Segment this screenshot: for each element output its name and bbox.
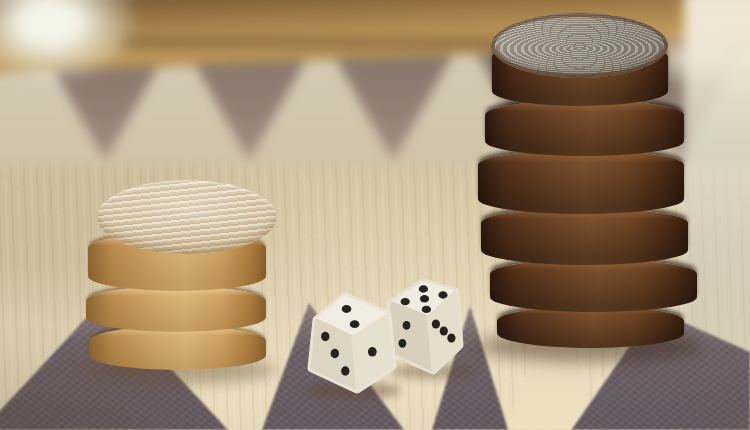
die-pip	[321, 332, 329, 341]
die-pip	[341, 366, 349, 375]
die-pip	[401, 298, 410, 305]
die-pip	[419, 285, 428, 292]
die-pip	[432, 320, 440, 329]
backgammon-board-photo	[0, 0, 750, 430]
die-pip	[399, 339, 407, 348]
die-pip	[420, 295, 429, 302]
dice-pair[interactable]	[0, 0, 750, 430]
die-pip	[438, 291, 447, 298]
die-pip	[350, 320, 360, 328]
die[interactable]	[312, 297, 392, 389]
die-pip	[422, 306, 431, 313]
die-pip	[403, 321, 411, 330]
die-pip	[440, 327, 448, 336]
die-pip	[368, 347, 377, 357]
die-pip	[331, 349, 339, 358]
die[interactable]	[389, 283, 459, 370]
die-pip	[447, 334, 455, 343]
die-pip	[342, 305, 352, 313]
